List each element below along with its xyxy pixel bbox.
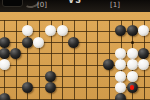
white-stone — [115, 82, 126, 93]
black-stone — [22, 82, 33, 93]
black-stone — [115, 93, 126, 100]
player-avatar-fragment — [2, 0, 23, 7]
white-stone — [57, 25, 68, 36]
star-point — [131, 41, 134, 44]
vs-badge: VS — [66, 0, 84, 8]
go-app-screen: [0] VS [1] — [0, 0, 150, 100]
white-stone — [22, 25, 33, 36]
black-stone — [103, 59, 114, 70]
black-stone — [68, 37, 79, 48]
white-stone — [115, 59, 126, 70]
status-bar: [0] VS [1] — [0, 0, 150, 12]
last-move-marker — [130, 85, 135, 90]
black-stone — [22, 37, 33, 48]
black-stone — [127, 82, 138, 93]
white-stone — [138, 25, 149, 36]
black-captures-count: [0] — [32, 0, 52, 12]
black-stone — [0, 37, 10, 48]
black-stone — [138, 48, 149, 59]
black-stone — [127, 25, 138, 36]
white-stone — [127, 59, 138, 70]
board-grid-line-horizontal — [0, 99, 150, 100]
black-stone — [0, 93, 10, 100]
white-stone — [33, 37, 44, 48]
white-stone — [115, 71, 126, 82]
go-board[interactable] — [0, 12, 150, 100]
white-stone — [115, 48, 126, 59]
white-stone — [127, 48, 138, 59]
white-stone — [45, 25, 56, 36]
black-stone — [0, 48, 10, 59]
black-stone — [45, 71, 56, 82]
black-stone — [10, 48, 21, 59]
board-grid-line-horizontal — [0, 20, 150, 21]
black-stone — [45, 82, 56, 93]
white-stone — [138, 59, 149, 70]
black-stone — [115, 25, 126, 36]
white-stone — [0, 59, 10, 70]
white-captures-count: [1] — [105, 0, 125, 12]
white-stone — [127, 71, 138, 82]
